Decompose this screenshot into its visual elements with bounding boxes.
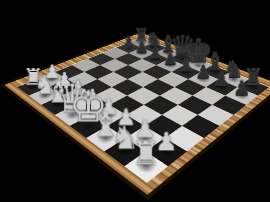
chess-render-scene: ♜♞♝♛♚♝♞♜♟♟♟♟♟♟♟♟♟♟♟♟♟♟♟♟♜♞♝♛♚♝♞♜ bbox=[0, 0, 270, 202]
black-p-glyph: ♟ bbox=[233, 78, 251, 98]
black-p-glyph: ♟ bbox=[135, 39, 149, 55]
white-r-glyph: ♜ bbox=[132, 137, 161, 169]
black-p-glyph: ♟ bbox=[148, 44, 163, 61]
chess-board: ♜♞♝♛♚♝♞♜♟♟♟♟♟♟♟♟♟♟♟♟♟♟♟♟♜♞♝♛♚♝♞♜ bbox=[0, 31, 270, 200]
black-p-glyph: ♟ bbox=[163, 50, 178, 67]
black-p-glyph: ♟ bbox=[178, 56, 194, 74]
black-p-glyph: ♟ bbox=[213, 70, 230, 89]
black-p-glyph: ♟ bbox=[195, 63, 212, 81]
